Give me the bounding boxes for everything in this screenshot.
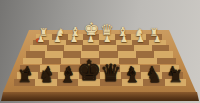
board-square	[61, 58, 80, 65]
photo-scene: ♜♞♝♛♚♝♞♜♟♟♟♟♟♟♟♟♟♟♟♟♟♟♟♟♜♞♝♛♚♝♞♜	[0, 0, 200, 103]
board-square	[80, 58, 99, 65]
board-rank	[14, 79, 187, 87]
board-square	[78, 79, 100, 87]
board-square	[58, 72, 79, 79]
board-square	[138, 58, 157, 65]
board-square	[20, 65, 40, 72]
board-square	[141, 72, 162, 79]
board-square	[143, 79, 165, 87]
board-square	[122, 79, 144, 87]
board-square	[38, 72, 59, 79]
board-square	[40, 65, 60, 72]
board-square	[100, 79, 122, 87]
board-square	[119, 58, 138, 65]
board-square	[79, 72, 100, 79]
board-square	[100, 58, 119, 65]
board-square	[80, 65, 100, 72]
board-square	[14, 79, 36, 87]
board-square	[165, 79, 187, 87]
board-square	[160, 65, 180, 72]
board-square	[57, 79, 79, 87]
board-square	[100, 72, 121, 79]
board-square	[60, 65, 80, 72]
board-rank	[23, 58, 176, 65]
board-square	[35, 79, 57, 87]
board-square	[121, 72, 142, 79]
chess-board	[0, 30, 200, 93]
board-square	[17, 72, 38, 79]
board-edge	[1, 92, 199, 101]
board-square	[162, 72, 183, 79]
board-square	[120, 65, 140, 72]
board-square	[140, 65, 160, 72]
board-rank	[20, 65, 179, 72]
board-rank	[17, 72, 183, 79]
board-square	[23, 58, 42, 65]
board-square	[157, 58, 176, 65]
board-square	[42, 58, 61, 65]
board-square	[100, 65, 120, 72]
